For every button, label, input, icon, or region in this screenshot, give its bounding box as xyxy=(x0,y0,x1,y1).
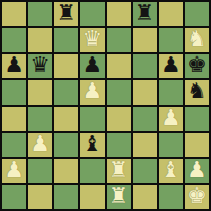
square-f3[interactable] xyxy=(133,133,157,157)
black-pawn-piece: ♟ xyxy=(161,54,181,76)
square-e1[interactable]: ♜ xyxy=(107,185,131,209)
square-h1[interactable]: ♚ xyxy=(185,185,209,209)
square-d8[interactable] xyxy=(80,2,104,26)
square-d7[interactable]: ♛ xyxy=(80,28,104,52)
square-a5[interactable] xyxy=(2,80,26,104)
square-h7[interactable]: ♞ xyxy=(185,28,209,52)
black-bishop-piece: ♝ xyxy=(83,133,103,155)
white-pawn-piece: ♟ xyxy=(4,159,24,181)
square-g4[interactable]: ♟ xyxy=(159,107,183,131)
square-a7[interactable] xyxy=(2,28,26,52)
square-h2[interactable]: ♟ xyxy=(185,159,209,183)
white-queen-piece: ♛ xyxy=(83,28,103,50)
square-b4[interactable] xyxy=(28,107,52,131)
square-d5[interactable]: ♟ xyxy=(80,80,104,104)
white-pawn-piece: ♟ xyxy=(187,159,207,181)
square-g3[interactable] xyxy=(159,133,183,157)
square-b8[interactable] xyxy=(28,2,52,26)
black-rook-piece: ♜ xyxy=(135,2,155,24)
square-b6[interactable]: ♛ xyxy=(28,54,52,78)
square-e2[interactable]: ♜ xyxy=(107,159,131,183)
square-h8[interactable] xyxy=(185,2,209,26)
square-c5[interactable] xyxy=(54,80,78,104)
square-c4[interactable] xyxy=(54,107,78,131)
square-g5[interactable] xyxy=(159,80,183,104)
white-pawn-piece: ♟ xyxy=(30,133,50,155)
white-bishop-piece: ♝ xyxy=(161,159,181,181)
square-a4[interactable] xyxy=(2,107,26,131)
black-king-piece: ♚ xyxy=(187,54,207,76)
square-d2[interactable] xyxy=(80,159,104,183)
square-g2[interactable]: ♝ xyxy=(159,159,183,183)
square-f4[interactable] xyxy=(133,107,157,131)
white-pawn-piece: ♟ xyxy=(83,80,103,102)
white-rook-piece: ♜ xyxy=(109,159,129,181)
square-b5[interactable] xyxy=(28,80,52,104)
square-a3[interactable] xyxy=(2,133,26,157)
square-b2[interactable] xyxy=(28,159,52,183)
square-h5[interactable]: ♞ xyxy=(185,80,209,104)
square-e6[interactable] xyxy=(107,54,131,78)
square-f5[interactable] xyxy=(133,80,157,104)
black-rook-piece: ♜ xyxy=(56,2,76,24)
square-d3[interactable]: ♝ xyxy=(80,133,104,157)
square-d4[interactable] xyxy=(80,107,104,131)
square-d1[interactable] xyxy=(80,185,104,209)
square-a1[interactable] xyxy=(2,185,26,209)
square-h3[interactable] xyxy=(185,133,209,157)
square-f8[interactable]: ♜ xyxy=(133,2,157,26)
square-e7[interactable] xyxy=(107,28,131,52)
square-d6[interactable]: ♟ xyxy=(80,54,104,78)
square-c8[interactable]: ♜ xyxy=(54,2,78,26)
square-e8[interactable] xyxy=(107,2,131,26)
white-rook-piece: ♜ xyxy=(109,185,129,207)
square-b7[interactable] xyxy=(28,28,52,52)
square-f6[interactable] xyxy=(133,54,157,78)
white-king-piece: ♚ xyxy=(187,185,207,207)
white-knight-piece: ♞ xyxy=(187,28,207,50)
square-h4[interactable] xyxy=(185,107,209,131)
square-f7[interactable] xyxy=(133,28,157,52)
black-queen-piece: ♛ xyxy=(30,54,50,76)
square-c6[interactable] xyxy=(54,54,78,78)
square-a8[interactable] xyxy=(2,2,26,26)
square-e5[interactable] xyxy=(107,80,131,104)
white-pawn-piece: ♟ xyxy=(161,107,181,129)
square-c1[interactable] xyxy=(54,185,78,209)
square-g8[interactable] xyxy=(159,2,183,26)
square-h6[interactable]: ♚ xyxy=(185,54,209,78)
square-a2[interactable]: ♟ xyxy=(2,159,26,183)
square-g1[interactable] xyxy=(159,185,183,209)
square-f1[interactable] xyxy=(133,185,157,209)
square-b3[interactable]: ♟ xyxy=(28,133,52,157)
black-pawn-piece: ♟ xyxy=(4,54,24,76)
square-c3[interactable] xyxy=(54,133,78,157)
square-c7[interactable] xyxy=(54,28,78,52)
square-g7[interactable] xyxy=(159,28,183,52)
chess-board: ♜♜♛♞♟♛♟♟♚♟♞♟♟♝♟♜♝♟♜♚ xyxy=(0,0,211,211)
square-e3[interactable] xyxy=(107,133,131,157)
square-b1[interactable] xyxy=(28,185,52,209)
black-knight-piece: ♞ xyxy=(187,80,207,102)
square-g6[interactable]: ♟ xyxy=(159,54,183,78)
square-c2[interactable] xyxy=(54,159,78,183)
square-e4[interactable] xyxy=(107,107,131,131)
chess-board-window: ♜♜♛♞♟♛♟♟♚♟♞♟♟♝♟♜♝♟♜♚ xyxy=(0,0,211,211)
square-f2[interactable] xyxy=(133,159,157,183)
square-a6[interactable]: ♟ xyxy=(2,54,26,78)
black-pawn-piece: ♟ xyxy=(83,54,103,76)
